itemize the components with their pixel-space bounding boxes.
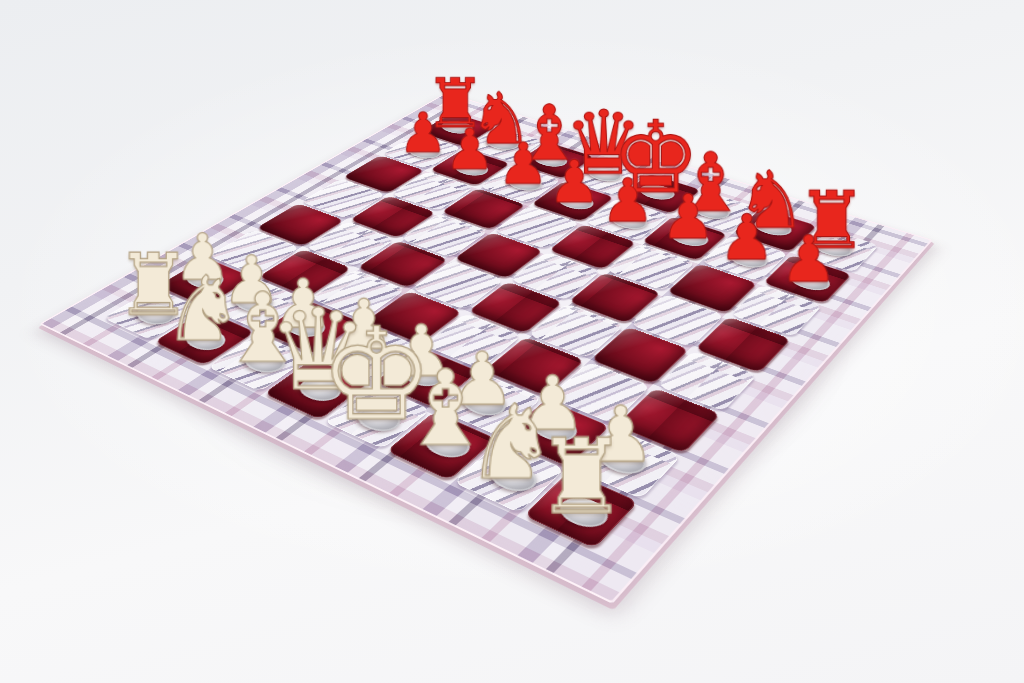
piece-red-pawn[interactable]: ♟ — [719, 227, 899, 291]
board-grid: ♜♞♝♛♚♝♞♜♟♟♟♟♟♟♟♟♟♟♟♟♟♟♟♟♜♞♝♛♚♝♞♜ — [103, 113, 879, 549]
photo-backdrop: ♜♞♝♛♚♝♞♜♟♟♟♟♟♟♟♟♟♟♟♟♟♟♟♟♜♞♝♛♚♝♞♜ — [0, 0, 1024, 683]
square-c5[interactable] — [401, 214, 489, 258]
piece-white-rook[interactable]: ♜ — [468, 425, 695, 529]
chess-board: ♜♞♝♛♚♝♞♜♟♟♟♟♟♟♟♟♟♟♟♟♟♟♟♟♜♞♝♛♚♝♞♜ — [39, 93, 933, 604]
square-h1[interactable]: ♜ — [524, 471, 639, 548]
